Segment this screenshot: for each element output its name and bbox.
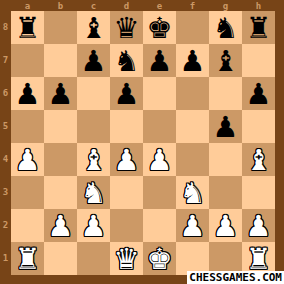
square-d4[interactable]: ♟ xyxy=(110,143,143,176)
white-knight[interactable]: ♞ xyxy=(176,176,209,209)
square-f3[interactable]: ♞ xyxy=(176,176,209,209)
square-f4[interactable] xyxy=(176,143,209,176)
square-c7[interactable]: ♟ xyxy=(77,44,110,77)
square-f8[interactable] xyxy=(176,11,209,44)
white-queen[interactable]: ♛ xyxy=(110,242,143,275)
square-e1[interactable]: ♚ xyxy=(143,242,176,275)
chess-board: ♜♝♛♚♞♜♟♞♟♟♝♟♟♟♟♟♟♝♟♟♝♞♞♟♟♟♟♟♜♛♚♜ xyxy=(11,11,275,275)
black-knight[interactable]: ♞ xyxy=(110,44,143,77)
square-b5[interactable] xyxy=(44,110,77,143)
black-pawn[interactable]: ♟ xyxy=(110,77,143,110)
square-d2[interactable] xyxy=(110,209,143,242)
white-knight[interactable]: ♞ xyxy=(77,176,110,209)
white-pawn[interactable]: ♟ xyxy=(11,143,44,176)
square-g4[interactable] xyxy=(209,143,242,176)
black-pawn[interactable]: ♟ xyxy=(242,77,275,110)
black-rook[interactable]: ♜ xyxy=(242,11,275,44)
square-d5[interactable] xyxy=(110,110,143,143)
white-king[interactable]: ♚ xyxy=(143,242,176,275)
rank-label-4: 4 xyxy=(0,143,11,176)
square-e6[interactable] xyxy=(143,77,176,110)
square-a8[interactable]: ♜ xyxy=(11,11,44,44)
square-h8[interactable]: ♜ xyxy=(242,11,275,44)
square-b7[interactable] xyxy=(44,44,77,77)
white-rook[interactable]: ♜ xyxy=(11,242,44,275)
square-a6[interactable]: ♟ xyxy=(11,77,44,110)
white-pawn[interactable]: ♟ xyxy=(44,209,77,242)
black-pawn[interactable]: ♟ xyxy=(209,110,242,143)
square-b4[interactable] xyxy=(44,143,77,176)
square-c1[interactable] xyxy=(77,242,110,275)
square-a4[interactable]: ♟ xyxy=(11,143,44,176)
square-g3[interactable] xyxy=(209,176,242,209)
square-g8[interactable]: ♞ xyxy=(209,11,242,44)
rank-label-1: 1 xyxy=(0,242,11,275)
square-b6[interactable]: ♟ xyxy=(44,77,77,110)
square-b1[interactable] xyxy=(44,242,77,275)
black-bishop[interactable]: ♝ xyxy=(77,11,110,44)
rank-label-8: 8 xyxy=(0,11,11,44)
square-h7[interactable] xyxy=(242,44,275,77)
black-rook[interactable]: ♜ xyxy=(11,11,44,44)
square-g2[interactable]: ♟ xyxy=(209,209,242,242)
square-g7[interactable]: ♝ xyxy=(209,44,242,77)
square-c3[interactable]: ♞ xyxy=(77,176,110,209)
square-c6[interactable] xyxy=(77,77,110,110)
square-d1[interactable]: ♛ xyxy=(110,242,143,275)
square-a7[interactable] xyxy=(11,44,44,77)
square-f5[interactable] xyxy=(176,110,209,143)
square-h5[interactable] xyxy=(242,110,275,143)
square-d7[interactable]: ♞ xyxy=(110,44,143,77)
square-h6[interactable]: ♟ xyxy=(242,77,275,110)
square-h2[interactable]: ♟ xyxy=(242,209,275,242)
file-labels: abcdefgh xyxy=(11,0,275,11)
chess-diagram: abcdefgh 87654321 ♜♝♛♚♞♜♟♞♟♟♝♟♟♟♟♟♟♝♟♟♝♞… xyxy=(0,0,284,284)
square-c8[interactable]: ♝ xyxy=(77,11,110,44)
square-e4[interactable]: ♟ xyxy=(143,143,176,176)
square-f7[interactable]: ♟ xyxy=(176,44,209,77)
square-b8[interactable] xyxy=(44,11,77,44)
square-d3[interactable] xyxy=(110,176,143,209)
square-e7[interactable]: ♟ xyxy=(143,44,176,77)
square-h4[interactable]: ♝ xyxy=(242,143,275,176)
rank-label-7: 7 xyxy=(0,44,11,77)
square-d8[interactable]: ♛ xyxy=(110,11,143,44)
black-pawn[interactable]: ♟ xyxy=(77,44,110,77)
square-c5[interactable] xyxy=(77,110,110,143)
square-g6[interactable] xyxy=(209,77,242,110)
rank-label-3: 3 xyxy=(0,176,11,209)
black-pawn[interactable]: ♟ xyxy=(44,77,77,110)
black-pawn[interactable]: ♟ xyxy=(11,77,44,110)
square-f6[interactable] xyxy=(176,77,209,110)
square-a5[interactable] xyxy=(11,110,44,143)
white-pawn[interactable]: ♟ xyxy=(77,209,110,242)
chessgames-watermark: CHESSGAMES.COM xyxy=(187,271,284,284)
rank-labels: 87654321 xyxy=(0,11,11,275)
rank-label-6: 6 xyxy=(0,77,11,110)
square-a2[interactable] xyxy=(11,209,44,242)
square-a3[interactable] xyxy=(11,176,44,209)
square-c4[interactable]: ♝ xyxy=(77,143,110,176)
white-pawn[interactable]: ♟ xyxy=(143,143,176,176)
square-d6[interactable]: ♟ xyxy=(110,77,143,110)
black-pawn[interactable]: ♟ xyxy=(176,44,209,77)
square-e2[interactable] xyxy=(143,209,176,242)
square-f2[interactable]: ♟ xyxy=(176,209,209,242)
square-g5[interactable]: ♟ xyxy=(209,110,242,143)
square-a1[interactable]: ♜ xyxy=(11,242,44,275)
rank-label-2: 2 xyxy=(0,209,11,242)
black-queen[interactable]: ♛ xyxy=(110,11,143,44)
square-e3[interactable] xyxy=(143,176,176,209)
black-pawn[interactable]: ♟ xyxy=(143,44,176,77)
white-bishop[interactable]: ♝ xyxy=(242,143,275,176)
white-pawn[interactable]: ♟ xyxy=(110,143,143,176)
square-b2[interactable]: ♟ xyxy=(44,209,77,242)
white-pawn[interactable]: ♟ xyxy=(242,209,275,242)
square-e5[interactable] xyxy=(143,110,176,143)
square-b3[interactable] xyxy=(44,176,77,209)
white-pawn[interactable]: ♟ xyxy=(209,209,242,242)
white-bishop[interactable]: ♝ xyxy=(77,143,110,176)
square-e8[interactable]: ♚ xyxy=(143,11,176,44)
rank-label-5: 5 xyxy=(0,110,11,143)
square-h3[interactable] xyxy=(242,176,275,209)
black-king[interactable]: ♚ xyxy=(143,11,176,44)
square-c2[interactable]: ♟ xyxy=(77,209,110,242)
black-knight[interactable]: ♞ xyxy=(209,11,242,44)
white-pawn[interactable]: ♟ xyxy=(176,209,209,242)
black-bishop[interactable]: ♝ xyxy=(209,44,242,77)
